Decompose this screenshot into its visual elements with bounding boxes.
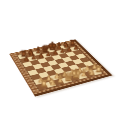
chess-board: ♜♞♝♛♚♝♞♜♟♟♟♟♟♟♟♟♟♟♟♟♟♟♟♟♜♞♝♛♚♝♞♜ [9, 39, 112, 96]
chess-set-photo: ♜♞♝♛♚♝♞♜♟♟♟♟♟♟♟♟♟♟♟♟♟♟♟♟♜♞♝♛♚♝♞♜ [0, 0, 120, 120]
black-pawn-piece[interactable]: ♟ [19, 56, 33, 62]
square-a7[interactable]: ♟ [20, 58, 30, 64]
white-rook-piece[interactable]: ♜ [36, 80, 52, 89]
square-c4[interactable] [43, 66, 54, 72]
board-frame: ♜♞♝♛♚♝♞♜♟♟♟♟♟♟♟♟♟♟♟♟♟♟♟♟♜♞♝♛♚♝♞♜ [9, 39, 112, 96]
board-grid: ♜♞♝♛♚♝♞♜♟♟♟♟♟♟♟♟♟♟♟♟♟♟♟♟♜♞♝♛♚♝♞♜ [18, 43, 103, 90]
square-a1[interactable]: ♜ [36, 83, 48, 90]
